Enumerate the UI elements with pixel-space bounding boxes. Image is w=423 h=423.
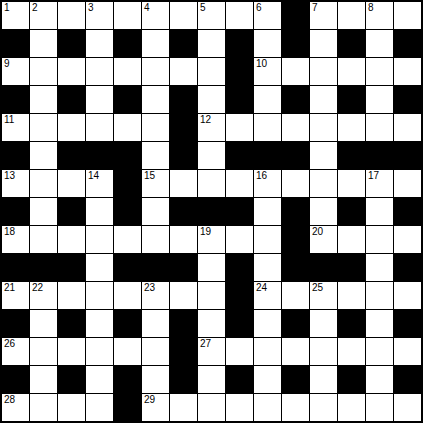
letter-cell-r11c8[interactable]: [198, 282, 225, 309]
letter-cell-r6c2[interactable]: [30, 142, 57, 169]
letter-cell-r12c8[interactable]: [198, 310, 225, 337]
block-cell-r2c13: [338, 30, 365, 57]
letter-cell-r2c10[interactable]: [254, 30, 281, 57]
clue-number-27: 27: [200, 339, 211, 349]
clue-number-4: 4: [144, 3, 150, 13]
letter-cell-r1c8[interactable]: 5: [198, 2, 225, 29]
block-cell-r8c15: [394, 198, 421, 225]
clue-number-23: 23: [144, 283, 155, 293]
letter-cell-r1c10[interactable]: 6: [254, 2, 281, 29]
letter-cell-r9c7[interactable]: [170, 226, 197, 253]
letter-cell-r3c1[interactable]: 9: [2, 58, 29, 85]
block-cell-r7c5: [114, 170, 141, 197]
letter-cell-r9c6[interactable]: [142, 226, 169, 253]
letter-cell-r1c6[interactable]: 4: [142, 2, 169, 29]
block-cell-r8c5: [114, 198, 141, 225]
clue-number-9: 9: [4, 59, 10, 69]
letter-cell-r14c14[interactable]: [366, 366, 393, 393]
clue-number-1: 1: [4, 3, 10, 13]
block-cell-r6c1: [2, 142, 29, 169]
letter-cell-r13c4[interactable]: [86, 338, 113, 365]
block-cell-r6c14: [366, 142, 393, 169]
clue-number-6: 6: [256, 3, 262, 13]
letter-cell-r3c5[interactable]: [114, 58, 141, 85]
letter-cell-r1c12[interactable]: 7: [310, 2, 337, 29]
letter-cell-r15c1[interactable]: 28: [2, 394, 29, 421]
letter-cell-r15c6[interactable]: 29: [142, 394, 169, 421]
letter-cell-r5c12[interactable]: [310, 114, 337, 141]
block-cell-r10c5: [114, 254, 141, 281]
letter-cell-r13c14[interactable]: [366, 338, 393, 365]
block-cell-r12c5: [114, 310, 141, 337]
block-cell-r12c15: [394, 310, 421, 337]
letter-cell-r3c10[interactable]: 10: [254, 58, 281, 85]
block-cell-r2c9: [226, 30, 253, 57]
block-cell-r2c3: [58, 30, 85, 57]
letter-cell-r13c1[interactable]: 26: [2, 338, 29, 365]
letter-cell-r15c12[interactable]: [310, 394, 337, 421]
letter-cell-r5c4[interactable]: [86, 114, 113, 141]
letter-cell-r9c14[interactable]: [366, 226, 393, 253]
clue-number-28: 28: [4, 395, 15, 405]
clue-number-8: 8: [368, 3, 374, 13]
block-cell-r3c9: [226, 58, 253, 85]
clue-number-22: 22: [32, 283, 43, 293]
letter-cell-r15c10[interactable]: [254, 394, 281, 421]
letter-cell-r11c11[interactable]: [282, 282, 309, 309]
letter-cell-r4c2[interactable]: [30, 86, 57, 113]
letter-cell-r9c10[interactable]: [254, 226, 281, 253]
letter-cell-r13c8[interactable]: 27: [198, 338, 225, 365]
block-cell-r5c7: [170, 114, 197, 141]
letter-cell-r9c3[interactable]: [58, 226, 85, 253]
letter-cell-r5c14[interactable]: [366, 114, 393, 141]
letter-cell-r3c7[interactable]: [170, 58, 197, 85]
letter-cell-r4c6[interactable]: [142, 86, 169, 113]
letter-cell-r7c3[interactable]: [58, 170, 85, 197]
letter-cell-r10c10[interactable]: [254, 254, 281, 281]
letter-cell-r3c14[interactable]: [366, 58, 393, 85]
letter-cell-r11c2[interactable]: 22: [30, 282, 57, 309]
clue-number-25: 25: [312, 283, 323, 293]
letter-cell-r7c6[interactable]: 15: [142, 170, 169, 197]
letter-cell-r12c14[interactable]: [366, 310, 393, 337]
clue-number-12: 12: [200, 115, 211, 125]
block-cell-r2c7: [170, 30, 197, 57]
letter-cell-r13c12[interactable]: [310, 338, 337, 365]
letter-cell-r3c4[interactable]: [86, 58, 113, 85]
letter-cell-r9c8[interactable]: 19: [198, 226, 225, 253]
block-cell-r12c13: [338, 310, 365, 337]
block-cell-r12c1: [2, 310, 29, 337]
letter-cell-r3c12[interactable]: [310, 58, 337, 85]
block-cell-r8c9: [226, 198, 253, 225]
letter-cell-r1c1[interactable]: 1: [2, 2, 29, 29]
letter-cell-r9c2[interactable]: [30, 226, 57, 253]
letter-cell-r5c13[interactable]: [338, 114, 365, 141]
letter-cell-r7c8[interactable]: [198, 170, 225, 197]
letter-cell-r12c4[interactable]: [86, 310, 113, 337]
block-cell-r1c11: [282, 2, 309, 29]
letter-cell-r11c6[interactable]: 23: [142, 282, 169, 309]
letter-cell-r13c2[interactable]: [30, 338, 57, 365]
letter-cell-r15c15[interactable]: [394, 394, 421, 421]
block-cell-r12c7: [170, 310, 197, 337]
block-cell-r8c11: [282, 198, 309, 225]
block-cell-r14c7: [170, 366, 197, 393]
letter-cell-r9c12[interactable]: 20: [310, 226, 337, 253]
letter-cell-r1c4[interactable]: 3: [86, 2, 113, 29]
letter-cell-r13c10[interactable]: [254, 338, 281, 365]
letter-cell-r3c15[interactable]: [394, 58, 421, 85]
letter-cell-r9c9[interactable]: [226, 226, 253, 253]
letter-cell-r14c10[interactable]: [254, 366, 281, 393]
letter-cell-r3c6[interactable]: [142, 58, 169, 85]
letter-cell-r9c15[interactable]: [394, 226, 421, 253]
letter-cell-r15c2[interactable]: [30, 394, 57, 421]
letter-cell-r3c3[interactable]: [58, 58, 85, 85]
block-cell-r10c2: [30, 254, 57, 281]
block-cell-r8c8: [198, 198, 225, 225]
block-cell-r8c3: [58, 198, 85, 225]
block-cell-r10c9: [226, 254, 253, 281]
letter-cell-r2c14[interactable]: [366, 30, 393, 57]
letter-cell-r10c4[interactable]: [86, 254, 113, 281]
letter-cell-r8c14[interactable]: [366, 198, 393, 225]
letter-cell-r14c2[interactable]: [30, 366, 57, 393]
letter-cell-r15c9[interactable]: [226, 394, 253, 421]
letter-cell-r8c10[interactable]: [254, 198, 281, 225]
letter-cell-r1c15[interactable]: [394, 2, 421, 29]
letter-cell-r4c4[interactable]: [86, 86, 113, 113]
letter-cell-r15c8[interactable]: [198, 394, 225, 421]
block-cell-r6c4: [86, 142, 113, 169]
letter-cell-r4c10[interactable]: [254, 86, 281, 113]
letter-cell-r14c12[interactable]: [310, 366, 337, 393]
clue-number-13: 13: [4, 171, 15, 181]
letter-cell-r11c3[interactable]: [58, 282, 85, 309]
letter-cell-r10c8[interactable]: [198, 254, 225, 281]
letter-cell-r2c2[interactable]: [30, 30, 57, 57]
letter-cell-r14c6[interactable]: [142, 366, 169, 393]
letter-cell-r3c2[interactable]: [30, 58, 57, 85]
clue-number-3: 3: [88, 3, 94, 13]
clue-number-10: 10: [256, 59, 267, 69]
letter-cell-r9c1[interactable]: 18: [2, 226, 29, 253]
letter-cell-r9c4[interactable]: [86, 226, 113, 253]
letter-cell-r6c8[interactable]: [198, 142, 225, 169]
block-cell-r2c11: [282, 30, 309, 57]
block-cell-r4c3: [58, 86, 85, 113]
letter-cell-r8c4[interactable]: [86, 198, 113, 225]
letter-cell-r7c4[interactable]: 14: [86, 170, 113, 197]
block-cell-r10c15: [394, 254, 421, 281]
letter-cell-r4c8[interactable]: [198, 86, 225, 113]
clue-number-2: 2: [32, 3, 38, 13]
letter-cell-r1c2[interactable]: 2: [30, 2, 57, 29]
letter-cell-r11c14[interactable]: [366, 282, 393, 309]
block-cell-r6c11: [282, 142, 309, 169]
letter-cell-r2c12[interactable]: [310, 30, 337, 57]
letter-cell-r6c6[interactable]: [142, 142, 169, 169]
letter-cell-r7c13[interactable]: [338, 170, 365, 197]
block-cell-r14c11: [282, 366, 309, 393]
block-cell-r14c3: [58, 366, 85, 393]
clue-number-20: 20: [312, 227, 323, 237]
letter-cell-r5c6[interactable]: [142, 114, 169, 141]
block-cell-r4c9: [226, 86, 253, 113]
block-cell-r10c3: [58, 254, 85, 281]
clue-number-5: 5: [200, 3, 206, 13]
letter-cell-r6c12[interactable]: [310, 142, 337, 169]
block-cell-r10c7: [170, 254, 197, 281]
block-cell-r6c13: [338, 142, 365, 169]
letter-cell-r11c7[interactable]: [170, 282, 197, 309]
letter-cell-r12c10[interactable]: [254, 310, 281, 337]
letter-cell-r15c7[interactable]: [170, 394, 197, 421]
letter-cell-r7c1[interactable]: 13: [2, 170, 29, 197]
block-cell-r2c5: [114, 30, 141, 57]
block-cell-r14c15: [394, 366, 421, 393]
letter-cell-r5c11[interactable]: [282, 114, 309, 141]
letter-cell-r14c8[interactable]: [198, 366, 225, 393]
block-cell-r13c7: [170, 338, 197, 365]
block-cell-r10c12: [310, 254, 337, 281]
letter-cell-r5c15[interactable]: [394, 114, 421, 141]
letter-cell-r1c9[interactable]: [226, 2, 253, 29]
letter-cell-r5c9[interactable]: [226, 114, 253, 141]
block-cell-r8c1: [2, 198, 29, 225]
letter-cell-r2c6[interactable]: [142, 30, 169, 57]
block-cell-r6c3: [58, 142, 85, 169]
clue-number-14: 14: [88, 171, 99, 181]
block-cell-r6c10: [254, 142, 281, 169]
block-cell-r4c7: [170, 86, 197, 113]
letter-cell-r3c11[interactable]: [282, 58, 309, 85]
clue-number-11: 11: [4, 115, 14, 125]
letter-cell-r5c8[interactable]: 12: [198, 114, 225, 141]
block-cell-r2c1: [2, 30, 29, 57]
letter-cell-r5c3[interactable]: [58, 114, 85, 141]
block-cell-r10c13: [338, 254, 365, 281]
letter-cell-r1c5[interactable]: [114, 2, 141, 29]
letter-cell-r11c13[interactable]: [338, 282, 365, 309]
letter-cell-r8c12[interactable]: [310, 198, 337, 225]
letter-cell-r15c13[interactable]: [338, 394, 365, 421]
block-cell-r14c9: [226, 366, 253, 393]
block-cell-r6c9: [226, 142, 253, 169]
letter-cell-r7c14[interactable]: 17: [366, 170, 393, 197]
block-cell-r10c6: [142, 254, 169, 281]
letter-cell-r1c7[interactable]: [170, 2, 197, 29]
letter-cell-r2c4[interactable]: [86, 30, 113, 57]
letter-cell-r13c11[interactable]: [282, 338, 309, 365]
letter-cell-r7c12[interactable]: [310, 170, 337, 197]
block-cell-r6c5: [114, 142, 141, 169]
letter-cell-r3c8[interactable]: [198, 58, 225, 85]
clue-number-16: 16: [256, 171, 267, 181]
letter-cell-r4c14[interactable]: [366, 86, 393, 113]
letter-cell-r12c6[interactable]: [142, 310, 169, 337]
block-cell-r6c15: [394, 142, 421, 169]
clue-number-21: 21: [4, 283, 15, 293]
block-cell-r2c15: [394, 30, 421, 57]
letter-cell-r11c4[interactable]: [86, 282, 113, 309]
clue-number-18: 18: [4, 227, 15, 237]
letter-cell-r2c8[interactable]: [198, 30, 225, 57]
block-cell-r12c9: [226, 310, 253, 337]
block-cell-r15c5: [114, 394, 141, 421]
letter-cell-r1c14[interactable]: 8: [366, 2, 393, 29]
block-cell-r8c13: [338, 198, 365, 225]
letter-cell-r13c5[interactable]: [114, 338, 141, 365]
clue-number-17: 17: [368, 171, 379, 181]
crossword-board: 1234567891011121314151617181920212223242…: [0, 0, 423, 423]
block-cell-r14c1: [2, 366, 29, 393]
block-cell-r11c9: [226, 282, 253, 309]
letter-cell-r13c13[interactable]: [338, 338, 365, 365]
block-cell-r6c7: [170, 142, 197, 169]
clue-number-19: 19: [200, 227, 211, 237]
letter-cell-r7c10[interactable]: 16: [254, 170, 281, 197]
letter-cell-r3c13[interactable]: [338, 58, 365, 85]
block-cell-r4c15: [394, 86, 421, 113]
letter-cell-r5c1[interactable]: 11: [2, 114, 29, 141]
letter-cell-r11c1[interactable]: 21: [2, 282, 29, 309]
block-cell-r12c11: [282, 310, 309, 337]
letter-cell-r13c9[interactable]: [226, 338, 253, 365]
clue-number-24: 24: [256, 283, 267, 293]
letter-cell-r7c11[interactable]: [282, 170, 309, 197]
letter-cell-r14c4[interactable]: [86, 366, 113, 393]
letter-cell-r8c6[interactable]: [142, 198, 169, 225]
letter-cell-r11c12[interactable]: 25: [310, 282, 337, 309]
block-cell-r4c13: [338, 86, 365, 113]
block-cell-r4c5: [114, 86, 141, 113]
letter-cell-r15c4[interactable]: [86, 394, 113, 421]
letter-cell-r7c7[interactable]: [170, 170, 197, 197]
letter-cell-r5c2[interactable]: [30, 114, 57, 141]
letter-cell-r10c14[interactable]: [366, 254, 393, 281]
letter-cell-r1c3[interactable]: [58, 2, 85, 29]
block-cell-r9c11: [282, 226, 309, 253]
letter-cell-r11c10[interactable]: 24: [254, 282, 281, 309]
letter-cell-r15c14[interactable]: [366, 394, 393, 421]
block-cell-r10c1: [2, 254, 29, 281]
letter-cell-r11c15[interactable]: [394, 282, 421, 309]
clue-number-7: 7: [312, 3, 318, 13]
letter-cell-r12c2[interactable]: [30, 310, 57, 337]
letter-cell-r11c5[interactable]: [114, 282, 141, 309]
letter-cell-r13c15[interactable]: [394, 338, 421, 365]
letter-cell-r12c12[interactable]: [310, 310, 337, 337]
letter-cell-r7c15[interactable]: [394, 170, 421, 197]
clue-number-15: 15: [144, 171, 155, 181]
letter-cell-r5c10[interactable]: [254, 114, 281, 141]
clue-number-26: 26: [4, 339, 15, 349]
letter-cell-r15c3[interactable]: [58, 394, 85, 421]
block-cell-r4c11: [282, 86, 309, 113]
letter-cell-r5c5[interactable]: [114, 114, 141, 141]
letter-cell-r7c9[interactable]: [226, 170, 253, 197]
block-cell-r14c13: [338, 366, 365, 393]
letter-cell-r8c2[interactable]: [30, 198, 57, 225]
clue-number-29: 29: [144, 395, 155, 405]
letter-cell-r13c3[interactable]: [58, 338, 85, 365]
letter-cell-r1c13[interactable]: [338, 2, 365, 29]
letter-cell-r13c6[interactable]: [142, 338, 169, 365]
block-cell-r12c3: [58, 310, 85, 337]
block-cell-r8c7: [170, 198, 197, 225]
letter-cell-r7c2[interactable]: [30, 170, 57, 197]
letter-cell-r15c11[interactable]: [282, 394, 309, 421]
block-cell-r4c1: [2, 86, 29, 113]
block-cell-r14c5: [114, 366, 141, 393]
letter-cell-r9c13[interactable]: [338, 226, 365, 253]
block-cell-r10c11: [282, 254, 309, 281]
letter-cell-r4c12[interactable]: [310, 86, 337, 113]
letter-cell-r9c5[interactable]: [114, 226, 141, 253]
